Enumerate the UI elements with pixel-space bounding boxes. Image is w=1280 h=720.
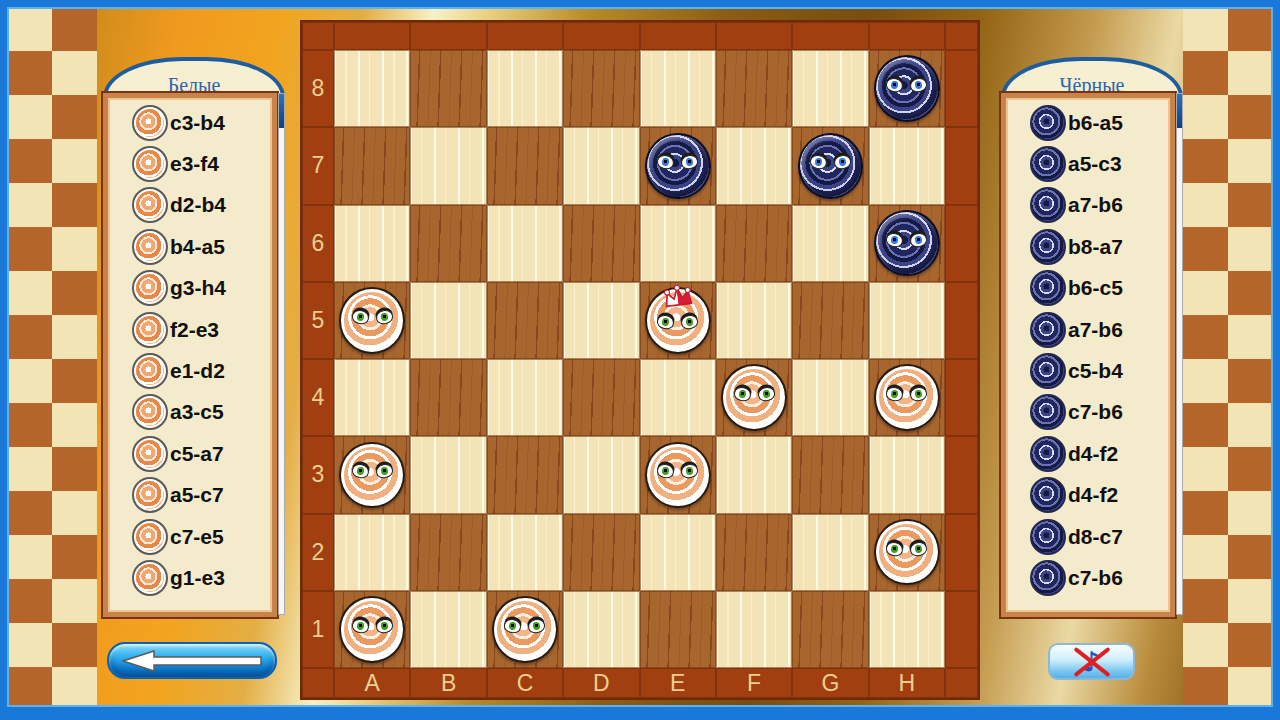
black-moves-panel: Чёрные b6-a5a5-c3a7-b6b8-a7b6-c5a7-b6c5-… xyxy=(1001,57,1183,617)
black-piece-icon xyxy=(1030,270,1066,306)
square-c8 xyxy=(487,50,563,127)
square-b7 xyxy=(410,127,486,204)
board-frame xyxy=(945,514,978,591)
rank-label-7: 7 xyxy=(302,127,334,204)
move-item: d4-f2 xyxy=(1008,433,1168,474)
square-h1 xyxy=(869,591,945,668)
white-piece-icon xyxy=(132,312,168,348)
move-item: a3-c5 xyxy=(110,392,270,433)
king-crown-icon xyxy=(658,282,697,311)
white-piece-icon xyxy=(132,519,168,555)
square-e8 xyxy=(640,50,716,127)
square-g1[interactable] xyxy=(792,591,868,668)
black-list-scrollbar[interactable] xyxy=(1176,93,1183,615)
move-text: c5-b4 xyxy=(1068,359,1123,383)
square-h6[interactable] xyxy=(869,205,945,282)
board-frame xyxy=(945,282,978,359)
white-man-c1[interactable] xyxy=(492,596,558,662)
board-frame xyxy=(945,127,978,204)
move-text: a5-c3 xyxy=(1068,152,1122,176)
black-piece-icon xyxy=(1030,353,1066,389)
white-move-listbox: c3-b4e3-f4d2-b4b4-a5g3-h4f2-e3e1-d2a3-c5… xyxy=(103,93,277,617)
move-text: a7-b6 xyxy=(1068,193,1123,217)
white-move-list: c3-b4e3-f4d2-b4b4-a5g3-h4f2-e3e1-d2a3-c5… xyxy=(110,102,270,610)
board-frame xyxy=(869,22,945,50)
piece-eyes xyxy=(800,155,862,169)
move-text: c7-b6 xyxy=(1068,566,1123,590)
square-d4[interactable] xyxy=(563,359,639,436)
board-frame xyxy=(640,22,716,50)
piece-eyes xyxy=(723,387,785,401)
square-h8[interactable] xyxy=(869,50,945,127)
white-piece-icon xyxy=(132,146,168,182)
square-f4[interactable] xyxy=(716,359,792,436)
square-h5 xyxy=(869,282,945,359)
square-a5[interactable] xyxy=(334,282,410,359)
move-item: b6-c5 xyxy=(1008,268,1168,309)
white-piece-icon xyxy=(132,560,168,596)
white-man-a3[interactable] xyxy=(339,442,405,508)
square-a2 xyxy=(334,514,410,591)
move-item: d2-b4 xyxy=(110,185,270,226)
square-f1 xyxy=(716,591,792,668)
move-text: e1-d2 xyxy=(170,359,225,383)
square-b3 xyxy=(410,436,486,513)
music-off-button[interactable]: ♪ xyxy=(1048,643,1135,680)
checkers-board: 87654321ABCDEFGH xyxy=(300,20,980,700)
move-text: d2-b4 xyxy=(170,193,226,217)
square-d8[interactable] xyxy=(563,50,639,127)
board-frame xyxy=(945,50,978,127)
black-list-scroll-thumb[interactable] xyxy=(1177,94,1182,128)
move-item: d8-c7 xyxy=(1008,516,1168,557)
square-g4 xyxy=(792,359,868,436)
piece-eyes xyxy=(647,155,709,169)
square-c6 xyxy=(487,205,563,282)
square-d5 xyxy=(563,282,639,359)
square-c1[interactable] xyxy=(487,591,563,668)
file-label-E: E xyxy=(640,668,716,698)
board-frame xyxy=(945,668,978,698)
black-piece-icon xyxy=(1030,105,1066,141)
move-text: c5-a7 xyxy=(170,442,224,466)
piece-eyes xyxy=(876,78,938,92)
rank-label-5: 5 xyxy=(302,282,334,359)
board-frame xyxy=(410,22,486,50)
black-piece-icon xyxy=(1030,519,1066,555)
white-list-scrollbar[interactable] xyxy=(278,93,285,615)
move-text: d4-f2 xyxy=(1068,483,1118,507)
game-window: Белые c3-b4e3-f4d2-b4b4-a5g3-h4f2-e3e1-d… xyxy=(0,0,1280,720)
move-item: a5-c3 xyxy=(1008,143,1168,184)
rank-label-8: 8 xyxy=(302,50,334,127)
square-g8 xyxy=(792,50,868,127)
rank-label-6: 6 xyxy=(302,205,334,282)
file-label-F: F xyxy=(716,668,792,698)
black-man-h6[interactable] xyxy=(874,210,940,276)
square-g5[interactable] xyxy=(792,282,868,359)
black-piece-icon xyxy=(1030,477,1066,513)
white-piece-icon xyxy=(132,229,168,265)
square-c4 xyxy=(487,359,563,436)
board-frame xyxy=(302,22,334,50)
square-f3 xyxy=(716,436,792,513)
white-man-e3[interactable] xyxy=(645,442,711,508)
square-g6 xyxy=(792,205,868,282)
move-text: c7-e5 xyxy=(170,525,224,549)
move-item: c7-e5 xyxy=(110,516,270,557)
file-label-B: B xyxy=(410,668,486,698)
white-piece-icon xyxy=(132,436,168,472)
square-f8[interactable] xyxy=(716,50,792,127)
board-frame xyxy=(945,22,978,50)
square-h4[interactable] xyxy=(869,359,945,436)
white-man-a1[interactable] xyxy=(339,596,405,662)
move-item: f2-e3 xyxy=(110,309,270,350)
square-a4 xyxy=(334,359,410,436)
move-item: c5-a7 xyxy=(110,433,270,474)
board-frame xyxy=(792,22,868,50)
black-man-h8[interactable] xyxy=(874,55,940,121)
file-label-A: A xyxy=(334,668,410,698)
move-item: b4-a5 xyxy=(110,226,270,267)
square-c7[interactable] xyxy=(487,127,563,204)
move-text: e3-f4 xyxy=(170,152,219,176)
square-a1[interactable] xyxy=(334,591,410,668)
board-frame xyxy=(334,22,410,50)
move-item: b8-a7 xyxy=(1008,226,1168,267)
square-d6[interactable] xyxy=(563,205,639,282)
move-text: b8-a7 xyxy=(1068,235,1123,259)
piece-eyes xyxy=(341,464,403,478)
move-item: g3-h4 xyxy=(110,268,270,309)
square-f7 xyxy=(716,127,792,204)
square-d1 xyxy=(563,591,639,668)
move-text: a5-c7 xyxy=(170,483,224,507)
back-arrow-icon xyxy=(122,650,262,672)
square-b5 xyxy=(410,282,486,359)
white-piece-icon xyxy=(132,105,168,141)
white-piece-icon xyxy=(132,353,168,389)
black-piece-icon xyxy=(1030,560,1066,596)
piece-eyes xyxy=(876,233,938,247)
square-a3[interactable] xyxy=(334,436,410,513)
move-text: d4-f2 xyxy=(1068,442,1118,466)
move-item: d4-f2 xyxy=(1008,475,1168,516)
square-e5[interactable] xyxy=(640,282,716,359)
rank-label-1: 1 xyxy=(302,591,334,668)
square-b8[interactable] xyxy=(410,50,486,127)
piece-eyes xyxy=(876,542,938,556)
white-piece-icon xyxy=(132,394,168,430)
piece-eyes xyxy=(341,619,403,633)
white-piece-icon xyxy=(132,477,168,513)
move-item: a5-c7 xyxy=(110,475,270,516)
square-e4 xyxy=(640,359,716,436)
white-piece-icon xyxy=(132,187,168,223)
file-label-H: H xyxy=(869,668,945,698)
move-item: a7-b6 xyxy=(1008,185,1168,226)
square-h3 xyxy=(869,436,945,513)
black-piece-icon xyxy=(1030,394,1066,430)
white-list-scroll-thumb[interactable] xyxy=(279,94,284,128)
square-b2[interactable] xyxy=(410,514,486,591)
move-text: g1-e3 xyxy=(170,566,225,590)
move-text: c7-b6 xyxy=(1068,400,1123,424)
square-c5[interactable] xyxy=(487,282,563,359)
board-frame xyxy=(945,359,978,436)
square-d2[interactable] xyxy=(563,514,639,591)
square-f2[interactable] xyxy=(716,514,792,591)
square-g2 xyxy=(792,514,868,591)
square-f5 xyxy=(716,282,792,359)
white-man-a5[interactable] xyxy=(339,287,405,353)
black-piece-icon xyxy=(1030,146,1066,182)
white-king-e5[interactable] xyxy=(645,287,711,353)
rank-label-2: 2 xyxy=(302,514,334,591)
square-c3[interactable] xyxy=(487,436,563,513)
move-text: a3-c5 xyxy=(170,400,224,424)
piece-eyes xyxy=(876,387,938,401)
file-label-C: C xyxy=(487,668,563,698)
piece-eyes xyxy=(647,315,709,329)
black-piece-icon xyxy=(1030,229,1066,265)
square-d7 xyxy=(563,127,639,204)
square-e2 xyxy=(640,514,716,591)
square-a8 xyxy=(334,50,410,127)
background-checker-right xyxy=(1183,7,1273,707)
square-e7[interactable] xyxy=(640,127,716,204)
black-move-listbox: b6-a5a5-c3a7-b6b8-a7b6-c5a7-b6c5-b4c7-b6… xyxy=(1001,93,1175,617)
square-f6[interactable] xyxy=(716,205,792,282)
move-text: f2-e3 xyxy=(170,318,219,342)
white-moves-panel: Белые c3-b4e3-f4d2-b4b4-a5g3-h4f2-e3e1-d… xyxy=(103,57,285,617)
rank-label-4: 4 xyxy=(302,359,334,436)
move-text: d8-c7 xyxy=(1068,525,1123,549)
move-item: e3-f4 xyxy=(110,143,270,184)
move-text: g3-h4 xyxy=(170,276,226,300)
square-h7 xyxy=(869,127,945,204)
square-a7[interactable] xyxy=(334,127,410,204)
move-text: b6-a5 xyxy=(1068,111,1123,135)
square-g7[interactable] xyxy=(792,127,868,204)
move-item: b6-a5 xyxy=(1008,102,1168,143)
piece-eyes xyxy=(341,310,403,324)
black-move-list: b6-a5a5-c3a7-b6b8-a7b6-c5a7-b6c5-b4c7-b6… xyxy=(1008,102,1168,610)
move-item: c5-b4 xyxy=(1008,350,1168,391)
black-piece-icon xyxy=(1030,187,1066,223)
square-e1[interactable] xyxy=(640,591,716,668)
board-frame xyxy=(945,205,978,282)
white-panel-header: Белые xyxy=(103,57,285,97)
black-piece-icon xyxy=(1030,312,1066,348)
square-d3 xyxy=(563,436,639,513)
white-man-h2[interactable] xyxy=(874,519,940,585)
board-frame xyxy=(945,591,978,668)
file-label-G: G xyxy=(792,668,868,698)
board-frame xyxy=(563,22,639,50)
back-button[interactable] xyxy=(107,642,277,679)
background-checker-left xyxy=(7,7,97,707)
square-c2 xyxy=(487,514,563,591)
move-item: g1-e3 xyxy=(110,557,270,598)
board-frame xyxy=(302,668,334,698)
white-man-f4[interactable] xyxy=(721,364,787,430)
square-b1 xyxy=(410,591,486,668)
board-frame xyxy=(945,436,978,513)
black-piece-icon xyxy=(1030,436,1066,472)
move-text: b6-c5 xyxy=(1068,276,1123,300)
board-frame xyxy=(716,22,792,50)
file-label-D: D xyxy=(563,668,639,698)
move-text: b4-a5 xyxy=(170,235,225,259)
square-a6 xyxy=(334,205,410,282)
move-item: c7-b6 xyxy=(1008,557,1168,598)
rank-label-3: 3 xyxy=(302,436,334,513)
black-man-e7[interactable] xyxy=(645,133,711,199)
move-item: c3-b4 xyxy=(110,102,270,143)
black-man-g7[interactable] xyxy=(798,133,864,199)
black-panel-header: Чёрные xyxy=(1001,57,1183,97)
square-e3[interactable] xyxy=(640,436,716,513)
move-text: a7-b6 xyxy=(1068,318,1123,342)
move-item: c7-b6 xyxy=(1008,392,1168,433)
square-b6[interactable] xyxy=(410,205,486,282)
white-man-h4[interactable] xyxy=(874,364,940,430)
square-e6 xyxy=(640,205,716,282)
board-frame xyxy=(487,22,563,50)
move-item: e1-d2 xyxy=(110,350,270,391)
square-g3[interactable] xyxy=(792,436,868,513)
white-piece-icon xyxy=(132,270,168,306)
move-item: a7-b6 xyxy=(1008,309,1168,350)
move-text: c3-b4 xyxy=(170,111,225,135)
piece-eyes xyxy=(647,464,709,478)
square-b4[interactable] xyxy=(410,359,486,436)
piece-eyes xyxy=(494,619,556,633)
square-h2[interactable] xyxy=(869,514,945,591)
